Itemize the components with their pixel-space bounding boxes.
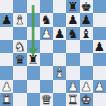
square-g2[interactable]: ♟ — [80, 80, 93, 93]
square-b1[interactable] — [13, 93, 26, 106]
black-pawn-f7[interactable]: ♟ — [66, 13, 79, 26]
black-king-g8[interactable]: ♚ — [80, 0, 93, 13]
square-h2[interactable]: ♟ — [93, 80, 106, 93]
square-h8[interactable] — [93, 0, 106, 13]
square-h1[interactable] — [93, 93, 106, 106]
square-e3[interactable]: ♝ — [53, 66, 66, 79]
white-pawn-h2[interactable]: ♟ — [93, 80, 106, 93]
black-bishop-g6[interactable]: ♝ — [80, 27, 93, 40]
square-a1[interactable]: ♜ — [0, 93, 13, 106]
square-c5[interactable] — [27, 40, 40, 53]
square-d1[interactable]: ♛ — [40, 93, 53, 106]
square-d2[interactable] — [40, 80, 53, 93]
square-h5[interactable]: ♟ — [93, 40, 106, 53]
square-g7[interactable]: ♟ — [80, 13, 93, 26]
square-c2[interactable] — [27, 80, 40, 93]
square-f5[interactable] — [66, 40, 79, 53]
black-pawn-h5[interactable]: ♟ — [93, 40, 106, 53]
square-b3[interactable] — [13, 66, 26, 79]
white-rook-a1[interactable]: ♜ — [0, 93, 13, 106]
black-queen-b4[interactable]: ♛ — [13, 53, 26, 66]
square-d6[interactable]: ♟ — [40, 27, 53, 40]
square-d4[interactable] — [40, 53, 53, 66]
square-c4[interactable]: ♜ — [27, 53, 40, 66]
black-pawn-g7[interactable]: ♟ — [80, 13, 93, 26]
square-g6[interactable]: ♝ — [80, 27, 93, 40]
square-h3[interactable] — [93, 66, 106, 79]
square-a3[interactable] — [0, 66, 13, 79]
white-rook-f1[interactable]: ♜ — [66, 93, 79, 106]
white-queen-d1[interactable]: ♛ — [40, 93, 53, 106]
black-pawn-e6[interactable]: ♟ — [53, 27, 66, 40]
square-f2[interactable]: ♟ — [66, 80, 79, 93]
black-knight-d7[interactable]: ♞ — [40, 13, 53, 26]
square-f1[interactable]: ♜ — [66, 93, 79, 106]
white-pawn-d6[interactable]: ♟ — [40, 27, 53, 40]
white-pawn-a2[interactable]: ♟ — [0, 80, 13, 93]
white-knight-b5[interactable]: ♞ — [13, 40, 26, 53]
square-f3[interactable] — [66, 66, 79, 79]
square-a2[interactable]: ♟ — [0, 80, 13, 93]
black-rook-c4[interactable]: ♜ — [27, 53, 40, 66]
square-c7[interactable] — [27, 13, 40, 26]
square-g4[interactable] — [80, 53, 93, 66]
black-knight-f6[interactable]: ♞ — [66, 27, 79, 40]
square-f7[interactable]: ♟ — [66, 13, 79, 26]
square-d3[interactable] — [40, 66, 53, 79]
square-e6[interactable]: ♟ — [53, 27, 66, 40]
square-a5[interactable] — [0, 40, 13, 53]
square-a7[interactable]: ♟ — [0, 13, 13, 26]
square-b6[interactable] — [13, 27, 26, 40]
square-f6[interactable]: ♞ — [66, 27, 79, 40]
square-e8[interactable] — [53, 0, 66, 13]
square-h4[interactable] — [93, 53, 106, 66]
square-g5[interactable] — [80, 40, 93, 53]
square-b7[interactable]: ♝ — [13, 13, 26, 26]
square-d5[interactable] — [40, 40, 53, 53]
square-d7[interactable]: ♞ — [40, 13, 53, 26]
square-a8[interactable] — [0, 0, 13, 13]
square-a4[interactable] — [0, 53, 13, 66]
white-bishop-e3[interactable]: ♝ — [53, 66, 66, 79]
white-pawn-f2[interactable]: ♟ — [66, 80, 79, 93]
black-rook-f8[interactable]: ♜ — [66, 0, 79, 13]
board-squares: ♜♚♟♝♞♟♟♟♟♞♝♞♟♛♜♝♟♟♟♟♜♛♜♚ — [0, 0, 106, 106]
white-pawn-g2[interactable]: ♟ — [80, 80, 93, 93]
square-b2[interactable] — [13, 80, 26, 93]
square-g3[interactable] — [80, 66, 93, 79]
chess-board: ♜♚♟♝♞♟♟♟♟♞♝♞♟♛♜♝♟♟♟♟♜♛♜♚ — [0, 0, 106, 106]
black-pawn-a7[interactable]: ♟ — [0, 13, 13, 26]
square-g1[interactable]: ♚ — [80, 93, 93, 106]
square-g8[interactable]: ♚ — [80, 0, 93, 13]
white-bishop-b7[interactable]: ♝ — [13, 13, 26, 26]
square-e5[interactable] — [53, 40, 66, 53]
square-b4[interactable]: ♛ — [13, 53, 26, 66]
square-c1[interactable] — [27, 93, 40, 106]
square-b5[interactable]: ♞ — [13, 40, 26, 53]
square-d8[interactable] — [40, 0, 53, 13]
square-e2[interactable] — [53, 80, 66, 93]
square-h6[interactable] — [93, 27, 106, 40]
square-e7[interactable] — [53, 13, 66, 26]
square-a6[interactable] — [0, 27, 13, 40]
square-h7[interactable] — [93, 13, 106, 26]
square-f4[interactable] — [66, 53, 79, 66]
square-c6[interactable] — [27, 27, 40, 40]
square-c3[interactable] — [27, 66, 40, 79]
white-king-g1[interactable]: ♚ — [80, 93, 93, 106]
square-c8[interactable] — [27, 0, 40, 13]
square-e1[interactable] — [53, 93, 66, 106]
square-f8[interactable]: ♜ — [66, 0, 79, 13]
